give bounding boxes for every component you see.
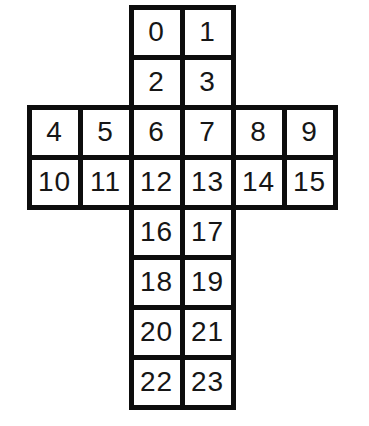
cell-2: 2	[129, 55, 185, 110]
cell-16: 16	[129, 205, 185, 260]
cell-18: 18	[129, 255, 185, 310]
cell-13: 13	[180, 155, 236, 210]
cell-1: 1	[180, 5, 236, 60]
page: 01234567891011121314151617181920212223	[0, 0, 369, 426]
cell-0: 0	[129, 5, 185, 60]
cell-19: 19	[180, 255, 236, 310]
cell-7: 7	[180, 105, 236, 160]
cell-15: 15	[282, 155, 338, 210]
cell-11: 11	[78, 155, 134, 210]
cell-6: 6	[129, 105, 185, 160]
cell-21: 21	[180, 305, 236, 360]
cell-14: 14	[231, 155, 287, 210]
cell-20: 20	[129, 305, 185, 360]
cell-9: 9	[282, 105, 338, 160]
cell-22: 22	[129, 355, 185, 410]
cell-17: 17	[180, 205, 236, 260]
cell-23: 23	[180, 355, 236, 410]
cell-12: 12	[129, 155, 185, 210]
cell-8: 8	[231, 105, 287, 160]
cell-5: 5	[78, 105, 134, 160]
cell-4: 4	[27, 105, 83, 160]
cell-3: 3	[180, 55, 236, 110]
cross-grid-board: 01234567891011121314151617181920212223	[26, 4, 338, 410]
cell-10: 10	[27, 155, 83, 210]
